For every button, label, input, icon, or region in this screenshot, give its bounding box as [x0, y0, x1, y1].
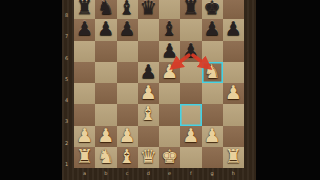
rank-label-6: 6 [65, 55, 74, 61]
square-f2[interactable]: ♟ [180, 126, 201, 147]
square-b5[interactable] [95, 62, 116, 83]
file-coordinates: abcdefgh [62, 170, 256, 180]
square-d5[interactable]: ♟ [138, 62, 159, 83]
piece-black-bishop[interactable]: ♝ [161, 18, 178, 39]
square-g8[interactable]: ♚ [202, 0, 223, 19]
square-b2[interactable]: ♟ [95, 126, 116, 147]
square-h4[interactable]: ♟ [223, 83, 244, 104]
file-label-e: e [165, 170, 175, 176]
square-g7[interactable]: ♟ [202, 19, 223, 40]
square-c7[interactable]: ♟ [117, 19, 138, 40]
piece-black-knight[interactable]: ♞ [97, 0, 114, 18]
square-f7[interactable] [180, 19, 201, 40]
square-e3[interactable] [159, 104, 180, 125]
file-label-c: c [122, 170, 132, 176]
piece-black-pawn[interactable]: ♟ [225, 18, 242, 39]
chess-board[interactable]: ♜♞♝♛♜♚♟♟♟♝♟♟♟♟♟♟♞♟♟♝♟♟♟♟♟♜♞♝♛♚♜ [74, 0, 244, 168]
piece-black-pawn[interactable]: ♟ [76, 18, 93, 39]
piece-black-rook[interactable]: ♜ [76, 0, 93, 18]
square-c2[interactable]: ♟ [117, 126, 138, 147]
square-c3[interactable] [117, 104, 138, 125]
piece-white-pawn[interactable]: ♟ [140, 82, 157, 103]
square-d8[interactable]: ♛ [138, 0, 159, 19]
app-screen: ♜♞♝♛♜♚♟♟♟♝♟♟♟♟♟♟♞♟♟♝♟♟♟♟♟♜♞♝♛♚♜ 87654321… [0, 0, 320, 180]
square-c8[interactable]: ♝ [117, 0, 138, 19]
piece-white-pawn[interactable]: ♟ [119, 125, 136, 146]
piece-black-pawn[interactable]: ♟ [182, 40, 199, 61]
square-a4[interactable] [74, 83, 95, 104]
square-f1[interactable] [180, 147, 201, 168]
square-e1[interactable]: ♚ [159, 147, 180, 168]
piece-white-queen[interactable]: ♛ [140, 146, 157, 167]
file-label-a: a [80, 170, 90, 176]
square-b4[interactable] [95, 83, 116, 104]
square-a8[interactable]: ♜ [74, 0, 95, 19]
piece-white-pawn[interactable]: ♟ [161, 61, 178, 82]
square-h6[interactable] [223, 41, 244, 62]
piece-white-rook[interactable]: ♜ [76, 146, 93, 167]
piece-white-pawn[interactable]: ♟ [97, 125, 114, 146]
piece-black-king[interactable]: ♚ [204, 0, 221, 18]
square-d7[interactable] [138, 19, 159, 40]
square-h8[interactable] [223, 0, 244, 19]
square-h1[interactable]: ♜ [223, 147, 244, 168]
piece-black-queen[interactable]: ♛ [140, 0, 157, 18]
square-e2[interactable] [159, 126, 180, 147]
piece-black-pawn[interactable]: ♟ [140, 61, 157, 82]
square-e4[interactable] [159, 83, 180, 104]
rank-label-5: 5 [65, 76, 74, 82]
square-c6[interactable] [117, 41, 138, 62]
square-h5[interactable] [223, 62, 244, 83]
piece-white-bishop[interactable]: ♝ [140, 103, 157, 124]
square-a1[interactable]: ♜ [74, 147, 95, 168]
square-c1[interactable]: ♝ [117, 147, 138, 168]
rank-label-2: 2 [65, 140, 74, 146]
file-label-d: d [143, 170, 153, 176]
file-label-h: h [228, 170, 238, 176]
square-f3[interactable] [180, 104, 201, 125]
square-a5[interactable] [74, 62, 95, 83]
file-label-b: b [101, 170, 111, 176]
rank-label-3: 3 [65, 118, 74, 124]
piece-white-pawn[interactable]: ♟ [204, 125, 221, 146]
square-d4[interactable]: ♟ [138, 83, 159, 104]
rank-label-8: 8 [65, 12, 74, 18]
square-g1[interactable] [202, 147, 223, 168]
square-f6[interactable]: ♟ [180, 41, 201, 62]
piece-black-pawn[interactable]: ♟ [204, 18, 221, 39]
file-label-g: g [207, 170, 217, 176]
square-h2[interactable] [223, 126, 244, 147]
square-f4[interactable] [180, 83, 201, 104]
piece-white-pawn[interactable]: ♟ [225, 82, 242, 103]
square-f8[interactable]: ♜ [180, 0, 201, 19]
square-a2[interactable]: ♟ [74, 126, 95, 147]
piece-white-rook[interactable]: ♜ [225, 146, 242, 167]
square-h3[interactable] [223, 104, 244, 125]
piece-white-bishop[interactable]: ♝ [119, 146, 136, 167]
piece-black-bishop[interactable]: ♝ [119, 0, 136, 18]
square-g5[interactable]: ♞ [202, 62, 223, 83]
rank-label-4: 4 [65, 97, 74, 103]
board-frame: ♜♞♝♛♜♚♟♟♟♝♟♟♟♟♟♟♞♟♟♝♟♟♟♟♟♜♞♝♛♚♜ 87654321… [62, 0, 256, 180]
square-c4[interactable] [117, 83, 138, 104]
square-g6[interactable] [202, 41, 223, 62]
square-b3[interactable] [95, 104, 116, 125]
piece-white-knight[interactable]: ♞ [97, 146, 114, 167]
piece-black-pawn[interactable]: ♟ [119, 18, 136, 39]
square-b1[interactable]: ♞ [95, 147, 116, 168]
square-f5[interactable] [180, 62, 201, 83]
square-a6[interactable] [74, 41, 95, 62]
piece-black-pawn[interactable]: ♟ [97, 18, 114, 39]
square-b7[interactable]: ♟ [95, 19, 116, 40]
square-b8[interactable]: ♞ [95, 0, 116, 19]
square-b6[interactable] [95, 41, 116, 62]
square-g2[interactable]: ♟ [202, 126, 223, 147]
square-e7[interactable]: ♝ [159, 19, 180, 40]
piece-white-pawn[interactable]: ♟ [182, 125, 199, 146]
square-d2[interactable] [138, 126, 159, 147]
piece-black-rook[interactable]: ♜ [182, 0, 199, 18]
square-a7[interactable]: ♟ [74, 19, 95, 40]
square-e8[interactable] [159, 0, 180, 19]
rank-label-1: 1 [65, 161, 74, 167]
file-label-f: f [186, 170, 196, 176]
square-g3[interactable] [202, 104, 223, 125]
square-d6[interactable] [138, 41, 159, 62]
rank-label-7: 7 [65, 33, 74, 39]
square-h7[interactable]: ♟ [223, 19, 244, 40]
square-d1[interactable]: ♛ [138, 147, 159, 168]
piece-white-knight[interactable]: ♞ [204, 61, 221, 82]
piece-white-pawn[interactable]: ♟ [76, 125, 93, 146]
square-e6[interactable]: ♟ [159, 41, 180, 62]
square-d3[interactable]: ♝ [138, 104, 159, 125]
square-g4[interactable] [202, 83, 223, 104]
square-c5[interactable] [117, 62, 138, 83]
piece-white-king[interactable]: ♚ [161, 146, 178, 167]
square-e5[interactable]: ♟ [159, 62, 180, 83]
piece-black-pawn[interactable]: ♟ [161, 40, 178, 61]
square-a3[interactable] [74, 104, 95, 125]
